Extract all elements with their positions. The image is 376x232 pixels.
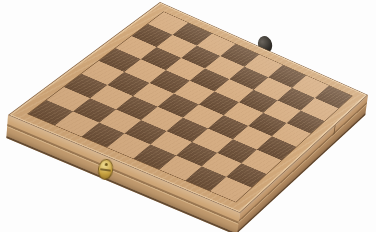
board-scene <box>0 0 376 232</box>
brass-latch <box>97 158 116 182</box>
chess-board-grid <box>27 11 353 202</box>
board-top-face <box>8 2 368 213</box>
